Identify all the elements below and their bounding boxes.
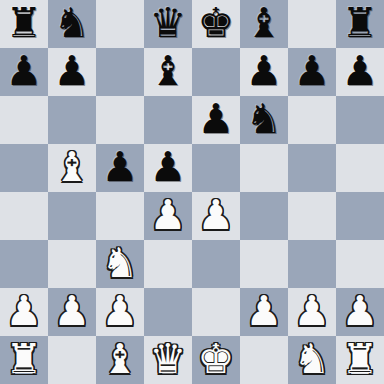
black-rook-piece[interactable]: ♜ — [342, 0, 379, 47]
white-bishop-piece[interactable]: ♝ — [102, 335, 139, 383]
square-c7[interactable] — [96, 48, 144, 96]
square-f1[interactable] — [240, 336, 288, 384]
black-bishop-piece[interactable]: ♝ — [246, 0, 283, 47]
square-g8[interactable] — [288, 0, 336, 48]
white-rook-piece[interactable]: ♜ — [6, 335, 43, 383]
black-pawn-piece[interactable]: ♟ — [294, 47, 331, 95]
white-pawn-piece[interactable]: ♟ — [198, 191, 235, 239]
square-d5[interactable]: ♟ — [144, 144, 192, 192]
black-pawn-piece[interactable]: ♟ — [198, 95, 235, 143]
square-d8[interactable]: ♛ — [144, 0, 192, 48]
white-pawn-piece[interactable]: ♟ — [246, 287, 283, 335]
square-a2[interactable]: ♟ — [0, 288, 48, 336]
black-pawn-piece[interactable]: ♟ — [342, 47, 379, 95]
black-pawn-piece[interactable]: ♟ — [6, 47, 43, 95]
square-e4[interactable]: ♟ — [192, 192, 240, 240]
square-f2[interactable]: ♟ — [240, 288, 288, 336]
square-e2[interactable] — [192, 288, 240, 336]
square-e1[interactable]: ♚ — [192, 336, 240, 384]
square-e3[interactable] — [192, 240, 240, 288]
square-a3[interactable] — [0, 240, 48, 288]
white-pawn-piece[interactable]: ♟ — [294, 287, 331, 335]
square-b1[interactable] — [48, 336, 96, 384]
square-d2[interactable] — [144, 288, 192, 336]
white-knight-piece[interactable]: ♞ — [294, 335, 331, 383]
square-b8[interactable]: ♞ — [48, 0, 96, 48]
white-king-piece[interactable]: ♚ — [198, 335, 235, 383]
square-e6[interactable]: ♟ — [192, 96, 240, 144]
square-a5[interactable] — [0, 144, 48, 192]
square-c3[interactable]: ♞ — [96, 240, 144, 288]
square-b4[interactable] — [48, 192, 96, 240]
white-pawn-piece[interactable]: ♟ — [150, 191, 187, 239]
square-b7[interactable]: ♟ — [48, 48, 96, 96]
chess-board-container: ♜♞♛♚♝♜♟♟♝♟♟♟♟♞♝♟♟♟♟♞♟♟♟♟♟♟♜♝♛♚♞♜ — [0, 0, 384, 384]
square-d6[interactable] — [144, 96, 192, 144]
white-bishop-piece[interactable]: ♝ — [54, 143, 91, 191]
square-e7[interactable] — [192, 48, 240, 96]
square-h1[interactable]: ♜ — [336, 336, 384, 384]
square-g2[interactable]: ♟ — [288, 288, 336, 336]
chess-board: ♜♞♛♚♝♜♟♟♝♟♟♟♟♞♝♟♟♟♟♞♟♟♟♟♟♟♜♝♛♚♞♜ — [0, 0, 384, 384]
black-pawn-piece[interactable]: ♟ — [102, 143, 139, 191]
square-h4[interactable] — [336, 192, 384, 240]
white-rook-piece[interactable]: ♜ — [342, 335, 379, 383]
white-pawn-piece[interactable]: ♟ — [342, 287, 379, 335]
square-g4[interactable] — [288, 192, 336, 240]
black-pawn-piece[interactable]: ♟ — [246, 47, 283, 95]
square-c6[interactable] — [96, 96, 144, 144]
square-g1[interactable]: ♞ — [288, 336, 336, 384]
square-a8[interactable]: ♜ — [0, 0, 48, 48]
white-queen-piece[interactable]: ♛ — [150, 335, 187, 383]
black-king-piece[interactable]: ♚ — [198, 0, 235, 47]
square-f7[interactable]: ♟ — [240, 48, 288, 96]
square-a6[interactable] — [0, 96, 48, 144]
square-e8[interactable]: ♚ — [192, 0, 240, 48]
black-knight-piece[interactable]: ♞ — [54, 0, 91, 47]
square-b5[interactable]: ♝ — [48, 144, 96, 192]
square-d3[interactable] — [144, 240, 192, 288]
square-d4[interactable]: ♟ — [144, 192, 192, 240]
square-c4[interactable] — [96, 192, 144, 240]
square-g7[interactable]: ♟ — [288, 48, 336, 96]
square-a1[interactable]: ♜ — [0, 336, 48, 384]
square-b3[interactable] — [48, 240, 96, 288]
square-b2[interactable]: ♟ — [48, 288, 96, 336]
square-f4[interactable] — [240, 192, 288, 240]
square-f5[interactable] — [240, 144, 288, 192]
square-h8[interactable]: ♜ — [336, 0, 384, 48]
white-pawn-piece[interactable]: ♟ — [54, 287, 91, 335]
square-e5[interactable] — [192, 144, 240, 192]
black-pawn-piece[interactable]: ♟ — [54, 47, 91, 95]
white-pawn-piece[interactable]: ♟ — [102, 287, 139, 335]
square-g5[interactable] — [288, 144, 336, 192]
square-h5[interactable] — [336, 144, 384, 192]
white-knight-piece[interactable]: ♞ — [102, 239, 139, 287]
square-c8[interactable] — [96, 0, 144, 48]
square-d7[interactable]: ♝ — [144, 48, 192, 96]
square-h7[interactable]: ♟ — [336, 48, 384, 96]
square-f8[interactable]: ♝ — [240, 0, 288, 48]
square-g3[interactable] — [288, 240, 336, 288]
square-c5[interactable]: ♟ — [96, 144, 144, 192]
black-bishop-piece[interactable]: ♝ — [150, 47, 187, 95]
black-pawn-piece[interactable]: ♟ — [150, 143, 187, 191]
square-f3[interactable] — [240, 240, 288, 288]
square-a7[interactable]: ♟ — [0, 48, 48, 96]
square-d1[interactable]: ♛ — [144, 336, 192, 384]
white-pawn-piece[interactable]: ♟ — [6, 287, 43, 335]
square-f6[interactable]: ♞ — [240, 96, 288, 144]
square-b6[interactable] — [48, 96, 96, 144]
square-c2[interactable]: ♟ — [96, 288, 144, 336]
square-c1[interactable]: ♝ — [96, 336, 144, 384]
square-g6[interactable] — [288, 96, 336, 144]
square-h3[interactable] — [336, 240, 384, 288]
square-h6[interactable] — [336, 96, 384, 144]
square-h2[interactable]: ♟ — [336, 288, 384, 336]
black-knight-piece[interactable]: ♞ — [246, 95, 283, 143]
square-a4[interactable] — [0, 192, 48, 240]
black-rook-piece[interactable]: ♜ — [6, 0, 43, 47]
black-queen-piece[interactable]: ♛ — [150, 0, 187, 47]
